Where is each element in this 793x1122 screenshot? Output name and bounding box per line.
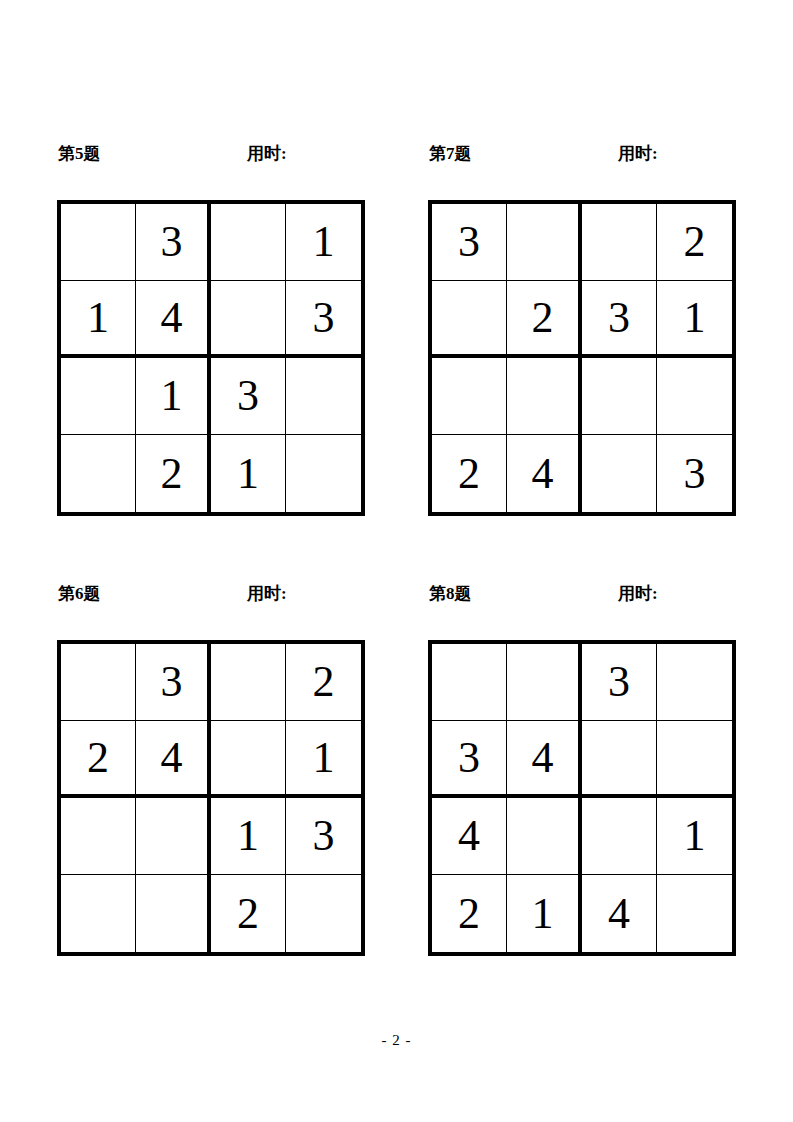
sudoku-cell-empty	[432, 281, 507, 358]
sudoku-cell-given: 4	[136, 721, 211, 798]
sudoku-cell-empty	[211, 204, 286, 281]
time-label: 用时:	[247, 584, 287, 604]
sudoku-cell-given: 4	[432, 798, 507, 875]
sudoku-cell-given: 2	[657, 204, 732, 281]
sudoku-cell-given: 1	[286, 204, 361, 281]
sudoku-cell-given: 1	[657, 798, 732, 875]
sudoku-cell-given: 1	[211, 435, 286, 512]
puzzle-title: 第5题	[58, 144, 101, 164]
sudoku-cell-empty	[432, 358, 507, 435]
sudoku-cell-empty	[286, 875, 361, 952]
puzzle-6: 第6题 用时: 32241132	[57, 584, 367, 956]
puzzle-5: 第5题 用时: 311431321	[57, 144, 367, 516]
sudoku-cell-empty	[582, 721, 657, 798]
puzzle-5-header: 第5题 用时:	[57, 144, 367, 164]
puzzle-title: 第8题	[429, 584, 472, 604]
sudoku-cell-empty	[286, 435, 361, 512]
sudoku-cell-empty	[507, 798, 582, 875]
sudoku-cell-given: 1	[211, 798, 286, 875]
time-label: 用时:	[618, 144, 658, 164]
sudoku-cell-given: 2	[432, 875, 507, 952]
sudoku-cell-given: 3	[286, 281, 361, 358]
sudoku-cell-empty	[286, 358, 361, 435]
sudoku-cell-given: 2	[432, 435, 507, 512]
puzzle-8: 第8题 用时: 33441214	[428, 584, 738, 956]
sudoku-cell-given: 3	[211, 358, 286, 435]
sudoku-cell-given: 3	[582, 644, 657, 721]
sudoku-cell-given: 1	[657, 281, 732, 358]
sudoku-cell-given: 3	[432, 204, 507, 281]
puzzle-title: 第6题	[58, 584, 101, 604]
sudoku-cell-empty	[582, 204, 657, 281]
sudoku-grid-8: 33441214	[428, 640, 736, 956]
sudoku-cell-given: 2	[211, 875, 286, 952]
sudoku-cell-empty	[61, 798, 136, 875]
sudoku-cell-given: 4	[507, 435, 582, 512]
puzzle-7: 第7题 用时: 32231243	[428, 144, 738, 516]
worksheet-page: 第5题 用时: 311431321 第7题 用时: 32231243 第6题 用…	[0, 0, 793, 1122]
sudoku-cell-given: 3	[136, 644, 211, 721]
sudoku-cell-empty	[657, 721, 732, 798]
sudoku-cell-empty	[211, 644, 286, 721]
puzzle-8-header: 第8题 用时:	[428, 584, 738, 604]
sudoku-cell-empty	[657, 358, 732, 435]
sudoku-grid-6: 32241132	[57, 640, 365, 956]
time-label: 用时:	[618, 584, 658, 604]
sudoku-cell-given: 3	[136, 204, 211, 281]
sudoku-cell-empty	[507, 358, 582, 435]
puzzle-7-header: 第7题 用时:	[428, 144, 738, 164]
sudoku-cell-empty	[211, 281, 286, 358]
sudoku-cell-empty	[136, 798, 211, 875]
sudoku-cell-empty	[582, 798, 657, 875]
sudoku-cell-empty	[61, 204, 136, 281]
sudoku-cell-given: 3	[657, 435, 732, 512]
time-label: 用时:	[247, 144, 287, 164]
sudoku-cell-given: 3	[582, 281, 657, 358]
sudoku-cell-given: 1	[136, 358, 211, 435]
sudoku-cell-given: 2	[136, 435, 211, 512]
sudoku-cell-empty	[136, 875, 211, 952]
sudoku-cell-given: 2	[286, 644, 361, 721]
sudoku-cell-empty	[507, 204, 582, 281]
sudoku-cell-given: 3	[286, 798, 361, 875]
sudoku-cell-given: 1	[286, 721, 361, 798]
sudoku-cell-given: 4	[507, 721, 582, 798]
sudoku-cell-empty	[61, 875, 136, 952]
sudoku-cell-empty	[582, 358, 657, 435]
sudoku-cell-empty	[61, 435, 136, 512]
page-number: - 2 -	[0, 1032, 793, 1049]
sudoku-grid-7: 32231243	[428, 200, 736, 516]
sudoku-cell-empty	[657, 875, 732, 952]
sudoku-cell-empty	[211, 721, 286, 798]
sudoku-cell-empty	[657, 644, 732, 721]
puzzle-title: 第7题	[429, 144, 472, 164]
sudoku-cell-given: 2	[61, 721, 136, 798]
sudoku-cell-empty	[507, 644, 582, 721]
sudoku-cell-given: 1	[507, 875, 582, 952]
sudoku-cell-given: 2	[507, 281, 582, 358]
sudoku-cell-empty	[582, 435, 657, 512]
sudoku-cell-given: 4	[582, 875, 657, 952]
sudoku-cell-given: 4	[136, 281, 211, 358]
sudoku-cell-given: 3	[432, 721, 507, 798]
sudoku-cell-empty	[61, 358, 136, 435]
puzzle-6-header: 第6题 用时:	[57, 584, 367, 604]
sudoku-cell-empty	[432, 644, 507, 721]
sudoku-grid-5: 311431321	[57, 200, 365, 516]
sudoku-cell-empty	[61, 644, 136, 721]
sudoku-cell-given: 1	[61, 281, 136, 358]
